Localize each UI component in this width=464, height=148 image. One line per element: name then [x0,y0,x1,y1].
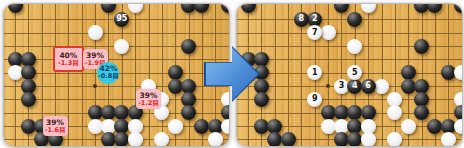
black-stone[interactable] [168,65,183,80]
black-stone-move-6[interactable]: 6 [361,79,376,94]
white-stone[interactable] [441,132,456,147]
black-stone[interactable] [414,39,429,54]
grid-line-horizontal [237,59,462,60]
stone-move-number: 9 [312,95,318,103]
grid-line-vertical [189,4,190,146]
white-stone[interactable] [128,3,143,13]
star-point [93,84,97,88]
score-loss: -1.3目 [58,60,79,67]
go-board-variation[interactable]: 123456789 [236,3,463,147]
candidate-move-label[interactable]: 39%-1.6目 [43,116,68,136]
score-loss: -1.6目 [45,127,66,134]
stone-move-number: 8 [299,15,305,23]
grid-line-vertical [68,4,69,146]
candidate-move-label[interactable]: 39%-1.2目 [136,89,161,109]
stone-move-number: 1 [312,69,318,77]
white-stone-move-5[interactable]: 5 [347,65,362,80]
grid-line-vertical [162,4,163,146]
white-stone[interactable] [168,119,183,134]
white-stone[interactable] [221,119,230,134]
go-analysis-diagram: 9540%-1.3目39%-1.9目42%-0.8目39%-1.2目39%-1.… [0,0,464,148]
white-stone[interactable] [114,39,129,54]
black-stone[interactable] [414,105,429,120]
stone-move-number: 95 [116,15,127,23]
stone-move-number: 3 [339,82,345,90]
grid-line-horizontal [4,59,229,60]
black-stone[interactable] [427,3,442,13]
black-stone[interactable] [334,3,349,13]
white-stone[interactable] [401,119,416,134]
go-board-current-position[interactable]: 9540%-1.3目39%-1.9目42%-0.8目39%-1.2目39%-1.… [3,3,230,147]
grid-line-vertical [82,4,83,146]
selected-candidate-move-label[interactable]: 40%-1.3目 [53,46,84,72]
black-stone[interactable] [454,3,463,13]
arrow-right-icon [204,39,260,109]
black-stone[interactable] [21,65,36,80]
white-stone[interactable] [128,132,143,147]
grid-line-horizontal [4,33,229,34]
white-stone[interactable] [347,39,362,54]
white-stone[interactable] [387,105,402,120]
white-stone[interactable] [321,25,336,40]
black-stone[interactable] [194,3,209,13]
black-stone[interactable] [101,3,116,13]
stone-move-number: 6 [365,82,371,90]
black-stone[interactable] [454,105,463,120]
white-stone[interactable] [454,65,463,80]
white-stone[interactable] [454,119,463,134]
white-stone-move-9[interactable]: 9 [307,92,322,107]
stone-move-number: 7 [312,29,318,37]
grid-line-vertical [395,4,396,146]
ai-best-move-label[interactable]: 42%-0.8目 [97,62,119,84]
black-stone[interactable] [221,3,230,13]
white-stone[interactable] [88,25,103,40]
arrow-right-icon-fill [206,41,258,107]
black-stone[interactable] [401,65,416,80]
black-stone[interactable] [281,132,296,147]
black-stone[interactable] [21,92,36,107]
stone-move-number: 2 [312,15,318,23]
white-stone-move-7[interactable]: 7 [307,25,322,40]
score-loss: -1.2目 [138,100,159,107]
white-stone[interactable] [154,132,169,147]
black-stone-move-95[interactable]: 95 [114,12,129,27]
black-stone[interactable] [347,12,362,27]
black-stone[interactable] [181,105,196,120]
white-stone[interactable] [387,132,402,147]
white-stone-move-1[interactable]: 1 [307,65,322,80]
black-stone[interactable] [241,3,256,13]
black-stone[interactable] [181,39,196,54]
black-stone-move-8[interactable]: 8 [294,12,309,27]
grid-line-vertical [149,4,150,146]
stone-move-number: 4 [352,82,358,90]
black-stone[interactable] [8,3,23,13]
grid-line-vertical [382,4,383,146]
grid-line-horizontal [237,33,462,34]
black-stone[interactable] [267,132,282,147]
grid-line-vertical [422,4,423,146]
white-stone[interactable] [374,79,389,94]
score-loss: -0.8目 [98,73,119,80]
stone-move-number: 5 [352,69,358,77]
grid-line-vertical [288,4,289,146]
white-stone[interactable] [361,3,376,13]
white-stone[interactable] [361,132,376,147]
star-point [326,84,330,88]
white-stone[interactable] [208,132,223,147]
